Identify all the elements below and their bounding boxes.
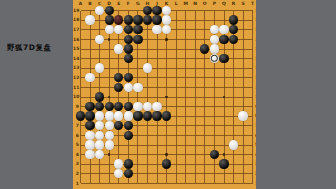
stone-white-D8 <box>105 111 114 120</box>
stone-white-D17 <box>105 25 114 34</box>
stone-white-Q17 <box>219 25 228 34</box>
stone-black-F12 <box>124 73 133 82</box>
star-point-K16 <box>165 38 168 41</box>
column-label-G: G <box>136 1 140 6</box>
stone-black-K3 <box>162 159 171 168</box>
star-point-K10 <box>165 96 168 99</box>
stone-black-J18 <box>152 15 161 24</box>
row-label-left-15: 15 <box>73 46 79 51</box>
go-board[interactable]: ABCDEFGHJKLMNOPQRST191918181717161615151… <box>73 0 256 189</box>
stone-white-C7 <box>95 121 104 130</box>
stone-white-C19 <box>95 6 104 15</box>
stone-white-J9 <box>152 102 161 111</box>
stone-white-C4 <box>95 150 104 159</box>
stone-white-P15 <box>210 44 219 53</box>
stone-black-B9 <box>85 102 94 111</box>
stone-white-B5 <box>85 140 94 149</box>
column-label-M: M <box>183 1 187 6</box>
column-label-L: L <box>175 1 178 6</box>
stone-black-E18 <box>114 15 123 24</box>
row-label-left-4: 4 <box>73 152 79 157</box>
row-label-left-14: 14 <box>73 56 79 61</box>
row-label-left-16: 16 <box>73 37 79 42</box>
stone-white-F8 <box>124 111 133 120</box>
stone-black-D9 <box>105 102 114 111</box>
row-label-left-13: 13 <box>73 65 79 70</box>
stone-black-F16 <box>124 35 133 44</box>
stone-white-B18 <box>85 15 94 24</box>
stone-black-G17 <box>133 25 142 34</box>
stone-white-D6 <box>105 131 114 140</box>
stone-black-F6 <box>124 131 133 140</box>
stone-black-F18 <box>124 15 133 24</box>
column-label-H: H <box>146 1 150 6</box>
stone-black-F17 <box>124 25 133 34</box>
stone-black-E12 <box>114 73 123 82</box>
row-label-left-18: 18 <box>73 17 79 22</box>
row-label-left-2: 2 <box>73 171 79 176</box>
stone-black-G8 <box>133 111 142 120</box>
column-label-Q: Q <box>222 1 226 6</box>
stone-black-F2 <box>124 169 133 178</box>
row-label-left-7: 7 <box>73 123 79 128</box>
column-label-T: T <box>251 1 254 6</box>
stone-black-Q3 <box>219 159 228 168</box>
stone-black-E9 <box>114 102 123 111</box>
stone-white-C13 <box>95 63 104 72</box>
stone-black-R18 <box>229 15 238 24</box>
grid-line-vertical <box>195 11 196 184</box>
row-label-left-19: 19 <box>73 8 79 13</box>
stone-white-E15 <box>114 44 123 53</box>
right-gray-bar: 南 天 白 王 <box>256 0 336 189</box>
stone-white-E8 <box>114 111 123 120</box>
column-label-P: P <box>213 1 216 6</box>
last-move-marker <box>211 55 217 61</box>
stone-white-K18 <box>162 15 171 24</box>
stone-white-H13 <box>143 63 152 72</box>
stone-white-D7 <box>105 121 114 130</box>
stone-white-P17 <box>210 25 219 34</box>
stone-white-S8 <box>238 111 247 120</box>
column-label-A: A <box>79 1 82 6</box>
column-label-F: F <box>127 1 130 6</box>
stone-black-H19 <box>143 6 152 15</box>
stone-black-B8 <box>85 111 94 120</box>
stone-black-J19 <box>152 6 161 15</box>
stone-black-H18 <box>143 15 152 24</box>
stone-black-R17 <box>229 25 238 34</box>
grid-line-horizontal <box>81 173 253 174</box>
stone-black-P4 <box>210 150 219 159</box>
stone-black-C9 <box>95 102 104 111</box>
star-point-K4 <box>165 153 168 156</box>
stone-white-K19 <box>162 6 171 15</box>
stone-black-Q14 <box>219 54 228 63</box>
column-label-J: J <box>156 1 158 6</box>
row-label-left-10: 10 <box>73 94 79 99</box>
stone-black-B7 <box>85 121 94 130</box>
row-label-left-9: 9 <box>73 104 79 109</box>
stone-white-E3 <box>114 159 123 168</box>
stone-black-Q16 <box>219 35 228 44</box>
stone-black-F9 <box>124 102 133 111</box>
stone-white-R5 <box>229 140 238 149</box>
stone-black-O15 <box>200 44 209 53</box>
stone-white-K17 <box>162 25 171 34</box>
stone-black-E7 <box>114 121 123 130</box>
row-label-left-3: 3 <box>73 161 79 166</box>
star-point-Q10 <box>223 96 226 99</box>
row-label-left-5: 5 <box>73 142 79 147</box>
stone-white-P14 <box>210 54 219 63</box>
stone-white-C5 <box>95 140 104 149</box>
stone-black-F14 <box>124 54 133 63</box>
grid-line-vertical <box>176 11 177 184</box>
stone-white-C6 <box>95 131 104 140</box>
grid-line-vertical <box>243 11 244 184</box>
stone-black-J8 <box>152 111 161 120</box>
stone-white-C16 <box>95 35 104 44</box>
stone-black-F7 <box>124 121 133 130</box>
stone-white-J17 <box>152 25 161 34</box>
stone-white-B4 <box>85 150 94 159</box>
left-gray-bar: 野狐7D复盘 <box>0 0 73 189</box>
stone-black-H8 <box>143 111 152 120</box>
column-label-K: K <box>165 1 169 6</box>
stone-white-P16 <box>210 35 219 44</box>
stone-black-C10 <box>95 92 104 101</box>
stone-white-G9 <box>133 102 142 111</box>
column-label-R: R <box>232 1 235 6</box>
stone-black-E11 <box>114 83 123 92</box>
row-label-left-12: 12 <box>73 75 79 80</box>
review-caption: 野狐7D复盘 <box>7 43 71 53</box>
stone-black-K8 <box>162 111 171 120</box>
row-label-left-11: 11 <box>73 85 79 90</box>
row-label-left-17: 17 <box>73 27 79 32</box>
grid-line-vertical <box>185 11 186 184</box>
stone-white-B6 <box>85 131 94 140</box>
stone-white-H9 <box>143 102 152 111</box>
grid-line-vertical <box>204 11 205 184</box>
stone-black-R16 <box>229 35 238 44</box>
stone-white-E17 <box>114 25 123 34</box>
star-point-Q4 <box>223 153 226 156</box>
grid-line-vertical <box>252 11 253 184</box>
stone-white-F11 <box>124 83 133 92</box>
column-label-C: C <box>98 1 101 6</box>
row-label-left-1: 1 <box>73 181 79 186</box>
stone-white-B12 <box>85 73 94 82</box>
stone-black-D18 <box>105 15 114 24</box>
stone-black-G16 <box>133 35 142 44</box>
column-label-O: O <box>203 1 207 6</box>
stone-white-C8 <box>95 111 104 120</box>
stone-black-F15 <box>124 44 133 53</box>
column-label-E: E <box>117 1 120 6</box>
row-label-left-6: 6 <box>73 133 79 138</box>
stone-white-E2 <box>114 169 123 178</box>
column-label-D: D <box>107 1 111 6</box>
stone-white-G11 <box>133 83 142 92</box>
stone-black-A8 <box>76 111 85 120</box>
column-label-B: B <box>88 1 91 6</box>
stone-black-G18 <box>133 15 142 24</box>
column-label-S: S <box>241 1 244 6</box>
screenshot-stage: 野狐7D复盘 ABCDEFGHJKLMNOPQRST19191818171716… <box>0 0 336 189</box>
stone-black-F3 <box>124 159 133 168</box>
stone-white-D5 <box>105 140 114 149</box>
stone-black-D19 <box>105 6 114 15</box>
column-label-N: N <box>193 1 197 6</box>
grid-line-horizontal <box>81 183 253 184</box>
